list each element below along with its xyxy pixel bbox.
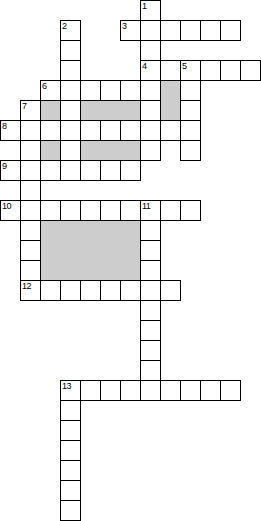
cell-r6-c7[interactable]: [140, 120, 161, 141]
cell-r14-c8[interactable]: [160, 280, 181, 301]
cell-r7-c7[interactable]: [140, 140, 161, 161]
cell-r10-c4[interactable]: [80, 200, 101, 221]
shaded-region-5: [80, 140, 141, 161]
cell-r12-c7[interactable]: [140, 240, 161, 261]
cell-r24-c3[interactable]: [60, 480, 81, 501]
cell-r8-c2[interactable]: [40, 160, 61, 181]
cell-r4-c4[interactable]: [80, 80, 101, 101]
cell-r6-c3[interactable]: [60, 120, 81, 141]
cell-r6-c8[interactable]: [160, 120, 181, 141]
cell-r19-c9[interactable]: [180, 380, 201, 401]
clue-number-1: 1: [142, 1, 147, 11]
clue-number-12: 12: [22, 281, 31, 291]
cell-r5-c9[interactable]: [180, 100, 201, 121]
cell-r14-c6[interactable]: [120, 280, 141, 301]
cell-r6-c4[interactable]: [80, 120, 101, 141]
cell-r3-c12[interactable]: [240, 60, 261, 81]
cell-r19-c7[interactable]: [140, 380, 161, 401]
cell-r3-c9[interactable]: 5: [180, 60, 201, 81]
shaded-region-6: [40, 220, 141, 281]
cell-r14-c4[interactable]: [80, 280, 101, 301]
clue-number-2: 2: [62, 21, 67, 31]
cell-r14-c3[interactable]: [60, 280, 81, 301]
cell-r13-c7[interactable]: [140, 260, 161, 281]
cell-r0-c7[interactable]: 1: [140, 0, 161, 21]
cell-r5-c3[interactable]: [60, 100, 81, 121]
cell-r17-c7[interactable]: [140, 340, 161, 361]
clue-number-10: 10: [2, 201, 11, 211]
cell-r14-c5[interactable]: [100, 280, 121, 301]
cell-r1-c9[interactable]: [180, 20, 201, 41]
cell-r8-c0[interactable]: 9: [0, 160, 21, 181]
cell-r14-c1[interactable]: 12: [20, 280, 41, 301]
cell-r3-c3[interactable]: [60, 60, 81, 81]
cell-r25-c3[interactable]: [60, 500, 81, 521]
cell-r6-c5[interactable]: [100, 120, 121, 141]
cell-r11-c1[interactable]: [20, 220, 41, 241]
clue-number-4: 4: [142, 61, 147, 71]
cell-r1-c10[interactable]: [200, 20, 221, 41]
cell-r8-c5[interactable]: [100, 160, 121, 181]
clue-number-8: 8: [2, 121, 7, 131]
cell-r4-c2[interactable]: 6: [40, 80, 61, 101]
cell-r12-c1[interactable]: [20, 240, 41, 261]
cell-r2-c7[interactable]: [140, 40, 161, 61]
cell-r19-c10[interactable]: [200, 380, 221, 401]
cell-r16-c7[interactable]: [140, 320, 161, 341]
shaded-region-4: [40, 140, 61, 161]
cell-r3-c7[interactable]: 4: [140, 60, 161, 81]
cell-r6-c0[interactable]: 8: [0, 120, 21, 141]
cell-r1-c6[interactable]: 3: [120, 20, 141, 41]
cell-r19-c5[interactable]: [100, 380, 121, 401]
cell-r19-c11[interactable]: [220, 380, 241, 401]
cell-r10-c6[interactable]: [120, 200, 141, 221]
shaded-region-2: [40, 100, 61, 121]
cell-r7-c1[interactable]: [20, 140, 41, 161]
clue-number-6: 6: [42, 81, 47, 91]
cell-r18-c7[interactable]: [140, 360, 161, 381]
clue-number-9: 9: [2, 161, 7, 171]
cell-r4-c9[interactable]: [180, 80, 201, 101]
clue-number-13: 13: [62, 381, 71, 391]
cell-r13-c1[interactable]: [20, 260, 41, 281]
cell-r8-c4[interactable]: [80, 160, 101, 181]
cell-r14-c7[interactable]: [140, 280, 161, 301]
cell-r6-c2[interactable]: [40, 120, 61, 141]
clue-number-11: 11: [142, 201, 150, 211]
cell-r11-c7[interactable]: [140, 220, 161, 241]
cell-r6-c9[interactable]: [180, 120, 201, 141]
cell-r3-c8[interactable]: [160, 60, 181, 81]
cell-r10-c7[interactable]: 11: [140, 200, 161, 221]
crossword-board: 12345678910111213: [0, 0, 261, 521]
shaded-region-3: [80, 100, 141, 121]
cell-r15-c7[interactable]: [140, 300, 161, 321]
cell-r4-c6[interactable]: [120, 80, 141, 101]
cell-r1-c3[interactable]: 2: [60, 20, 81, 41]
cell-r4-c3[interactable]: [60, 80, 81, 101]
cell-r22-c3[interactable]: [60, 440, 81, 461]
cell-r20-c3[interactable]: [60, 400, 81, 421]
cell-r7-c3[interactable]: [60, 140, 81, 161]
cell-r10-c3[interactable]: [60, 200, 81, 221]
cell-r8-c1[interactable]: [20, 160, 41, 181]
cell-r3-c10[interactable]: [200, 60, 221, 81]
cell-r6-c1[interactable]: [20, 120, 41, 141]
cell-r19-c4[interactable]: [80, 380, 101, 401]
cell-r4-c7[interactable]: [140, 80, 161, 101]
cell-r5-c7[interactable]: [140, 100, 161, 121]
cell-r10-c2[interactable]: [40, 200, 61, 221]
cell-r2-c3[interactable]: [60, 40, 81, 61]
cell-r9-c1[interactable]: [20, 180, 41, 201]
cell-r1-c8[interactable]: [160, 20, 181, 41]
cell-r19-c6[interactable]: [120, 380, 141, 401]
cell-r8-c3[interactable]: [60, 160, 81, 181]
clue-number-3: 3: [122, 21, 127, 31]
shaded-region-1: [160, 80, 181, 121]
cell-r14-c2[interactable]: [40, 280, 61, 301]
cell-r10-c1[interactable]: [20, 200, 41, 221]
cell-r8-c6[interactable]: [120, 160, 141, 181]
cell-r1-c7[interactable]: [140, 20, 161, 41]
cell-r10-c0[interactable]: 10: [0, 200, 21, 221]
cell-r21-c3[interactable]: [60, 420, 81, 441]
cell-r4-c5[interactable]: [100, 80, 121, 101]
cell-r5-c1[interactable]: 7: [20, 100, 41, 121]
cell-r1-c11[interactable]: [220, 20, 241, 41]
clue-number-5: 5: [182, 61, 187, 71]
cell-r3-c11[interactable]: [220, 60, 241, 81]
clue-number-7: 7: [22, 101, 27, 111]
cell-r23-c3[interactable]: [60, 460, 81, 481]
cell-r19-c3[interactable]: 13: [60, 380, 81, 401]
cell-r10-c8[interactable]: [160, 200, 181, 221]
cell-r10-c5[interactable]: [100, 200, 121, 221]
cell-r6-c6[interactable]: [120, 120, 141, 141]
cell-r19-c8[interactable]: [160, 380, 181, 401]
cell-r10-c9[interactable]: [180, 200, 201, 221]
cell-r7-c9[interactable]: [180, 140, 201, 161]
